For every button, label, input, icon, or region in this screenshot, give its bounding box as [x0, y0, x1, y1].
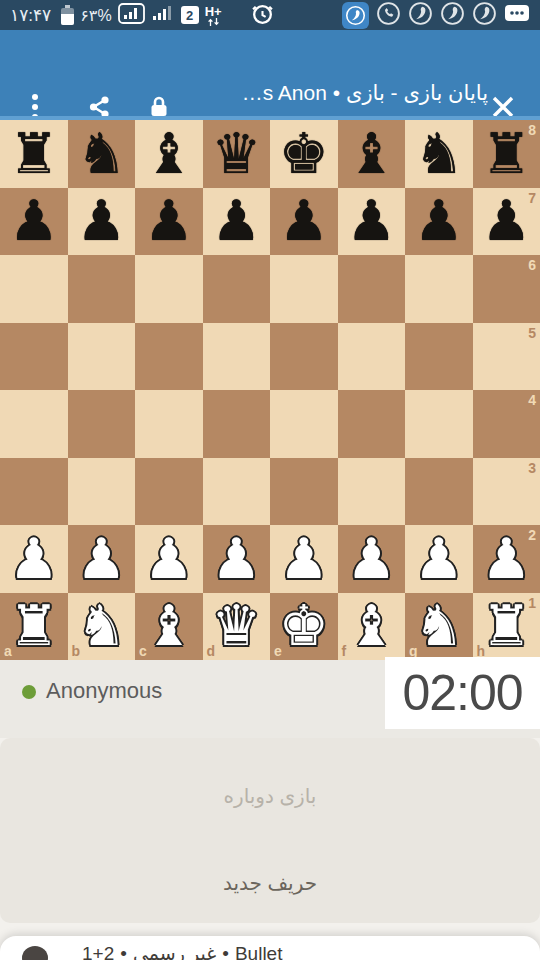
square-a7[interactable]: ♟	[0, 188, 68, 256]
square-h2[interactable]: ♟2	[473, 525, 540, 593]
square-a2[interactable]: ♟	[0, 525, 68, 593]
game-mode-label: غیر رسمی	[133, 943, 216, 960]
rank-label-6: 6	[528, 257, 536, 273]
square-h5[interactable]: 5	[473, 323, 540, 391]
square-a1[interactable]: ♜a	[0, 593, 68, 661]
screen: ۱۷:۴۷ ۶۳% 2 H+	[0, 0, 540, 960]
square-e1[interactable]: ♚e	[270, 593, 338, 661]
square-c3[interactable]	[135, 458, 203, 526]
square-d6[interactable]	[203, 255, 271, 323]
square-d7[interactable]: ♟	[203, 188, 271, 256]
piece-black-bishop[interactable]: ♝	[135, 120, 203, 188]
square-c5[interactable]	[135, 323, 203, 391]
square-a4[interactable]	[0, 390, 68, 458]
square-g4[interactable]	[405, 390, 473, 458]
rank-label-3: 3	[528, 460, 536, 476]
square-f6[interactable]	[338, 255, 406, 323]
new-opponent-button[interactable]: حریف جدید	[0, 858, 540, 908]
square-f4[interactable]	[338, 390, 406, 458]
piece-black-pawn[interactable]: ♟	[135, 188, 203, 256]
piece-black-bishop[interactable]: ♝	[338, 120, 406, 188]
piece-black-rook[interactable]: ♜	[0, 120, 68, 188]
rank-label-4: 4	[528, 392, 536, 408]
square-b3[interactable]	[68, 458, 136, 526]
messenger-icon-1	[408, 1, 433, 30]
alarm-icon	[250, 1, 275, 30]
status-time: ۱۷:۴۷	[10, 5, 51, 26]
square-g3[interactable]	[405, 458, 473, 526]
file-label-b: b	[72, 643, 81, 659]
battery-icon	[61, 3, 74, 27]
square-d8[interactable]: ♛	[203, 120, 271, 188]
file-label-e: e	[274, 643, 282, 659]
square-g6[interactable]	[405, 255, 473, 323]
square-c2[interactable]: ♟	[135, 525, 203, 593]
square-f5[interactable]	[338, 323, 406, 391]
player-bar: Anonymous 02:00	[0, 660, 540, 738]
piece-black-knight[interactable]: ♞	[405, 120, 473, 188]
square-c1[interactable]: ♝c	[135, 593, 203, 661]
square-d2[interactable]: ♟	[203, 525, 271, 593]
game-speed-icon	[22, 946, 48, 960]
piece-black-pawn[interactable]: ♟	[0, 188, 68, 256]
piece-black-pawn[interactable]: ♟	[203, 188, 271, 256]
file-label-c: c	[139, 643, 147, 659]
piece-black-knight[interactable]: ♞	[68, 120, 136, 188]
status-bar: ۱۷:۴۷ ۶۳% 2 H+	[0, 0, 540, 30]
game-info-sheet[interactable]: Bullet•غیر رسمی•2+1	[0, 936, 540, 960]
square-e3[interactable]	[270, 458, 338, 526]
square-b6[interactable]	[68, 255, 136, 323]
square-a6[interactable]	[0, 255, 68, 323]
rank-label-1: 1	[528, 595, 536, 611]
square-e8[interactable]: ♚	[270, 120, 338, 188]
square-h7[interactable]: ♟7	[473, 188, 540, 256]
battery-percent: ۶۳%	[80, 6, 111, 25]
file-label-d: d	[207, 643, 216, 659]
square-d5[interactable]	[203, 323, 271, 391]
square-e4[interactable]	[270, 390, 338, 458]
clock-box: 02:00	[385, 657, 540, 729]
square-c8[interactable]: ♝	[135, 120, 203, 188]
game-speed-label: Bullet	[235, 943, 283, 960]
piece-white-bishop[interactable]: ♝	[338, 593, 406, 661]
piece-black-pawn[interactable]: ♟	[270, 188, 338, 256]
square-g1[interactable]: ♞g	[405, 593, 473, 661]
square-h6[interactable]: 6	[473, 255, 540, 323]
piece-white-pawn[interactable]: ♟	[0, 525, 68, 593]
rank-label-8: 8	[528, 122, 536, 138]
square-h4[interactable]: 4	[473, 390, 540, 458]
network-type-label: H+	[205, 5, 222, 18]
square-c7[interactable]: ♟	[135, 188, 203, 256]
square-b5[interactable]	[68, 323, 136, 391]
square-h8[interactable]: ♜8	[473, 120, 540, 188]
square-g7[interactable]: ♟	[405, 188, 473, 256]
messenger-active-badge-icon	[342, 2, 369, 29]
square-e6[interactable]	[270, 255, 338, 323]
square-d3[interactable]	[203, 458, 271, 526]
notification-icons	[342, 1, 530, 30]
page-title: پایان بازی - بازی • Anon. vs Anon.	[238, 79, 488, 107]
file-label-f: f	[342, 643, 347, 659]
square-b7[interactable]: ♟	[68, 188, 136, 256]
rank-label-5: 5	[528, 325, 536, 341]
file-label-a: a	[4, 643, 12, 659]
square-a5[interactable]	[0, 323, 68, 391]
square-a8[interactable]: ♜	[0, 120, 68, 188]
more-notifications-icon	[504, 4, 530, 26]
messenger-icon-2	[440, 1, 465, 30]
square-c4[interactable]	[135, 390, 203, 458]
piece-white-pawn[interactable]: ♟	[270, 525, 338, 593]
separator-dot: •	[114, 943, 133, 960]
square-g5[interactable]	[405, 323, 473, 391]
square-b1[interactable]: ♞b	[68, 593, 136, 661]
time-control-label: 2+1	[82, 943, 114, 960]
square-f8[interactable]: ♝	[338, 120, 406, 188]
piece-white-pawn[interactable]: ♟	[405, 525, 473, 593]
square-h1[interactable]: ♜1h	[473, 593, 540, 661]
piece-black-king[interactable]: ♚	[270, 120, 338, 188]
network-type-icon: H+	[205, 5, 222, 26]
square-h3[interactable]: 3	[473, 458, 540, 526]
player-name: Anonymous	[46, 678, 162, 704]
rank-label-2: 2	[528, 527, 536, 543]
square-d4[interactable]	[203, 390, 271, 458]
browser-header: پایان بازی - بازی • Anon. vs Anon. https…	[0, 30, 540, 120]
square-g2[interactable]: ♟	[405, 525, 473, 593]
square-e7[interactable]: ♟	[270, 188, 338, 256]
piece-black-pawn[interactable]: ♟	[338, 188, 406, 256]
rank-label-7: 7	[528, 190, 536, 206]
signal-strength-icon-sim2	[151, 3, 175, 28]
piece-black-pawn[interactable]: ♟	[405, 188, 473, 256]
square-b2[interactable]: ♟	[68, 525, 136, 593]
online-status-dot	[22, 685, 36, 699]
square-b8[interactable]: ♞	[68, 120, 136, 188]
separator-dot: •	[216, 943, 235, 960]
piece-black-pawn[interactable]: ♟	[68, 188, 136, 256]
square-d1[interactable]: ♛d	[203, 593, 271, 661]
square-c6[interactable]	[135, 255, 203, 323]
square-f2[interactable]: ♟	[338, 525, 406, 593]
square-g8[interactable]: ♞	[405, 120, 473, 188]
piece-white-pawn[interactable]: ♟	[68, 525, 136, 593]
game-info-text: Bullet•غیر رسمی•2+1	[82, 942, 282, 960]
clock-time: 02:00	[402, 664, 522, 722]
rematch-button[interactable]: بازی دوباره	[0, 766, 540, 826]
piece-black-queen[interactable]: ♛	[203, 120, 271, 188]
square-f1[interactable]: ♝f	[338, 593, 406, 661]
square-f7[interactable]: ♟	[338, 188, 406, 256]
piece-white-pawn[interactable]: ♟	[203, 525, 271, 593]
piece-white-pawn[interactable]: ♟	[338, 525, 406, 593]
game-over-actions: بازی دوباره حریف جدید	[0, 738, 540, 923]
square-e2[interactable]: ♟	[270, 525, 338, 593]
chess-board[interactable]: ♜♞♝♛♚♝♞♜8♟♟♟♟♟♟♟♟76543♟♟♟♟♟♟♟♟2♜a♞b♝c♛d♚…	[0, 120, 540, 660]
signal-strength-icon-sim1	[118, 3, 145, 28]
piece-white-pawn[interactable]: ♟	[135, 525, 203, 593]
square-b4[interactable]	[68, 390, 136, 458]
square-f3[interactable]	[338, 458, 406, 526]
messenger-icon-3	[472, 1, 497, 30]
square-a3[interactable]	[0, 458, 68, 526]
whatsapp-icon	[376, 1, 401, 30]
sim-badge: 2	[181, 6, 199, 24]
square-e5[interactable]	[270, 323, 338, 391]
